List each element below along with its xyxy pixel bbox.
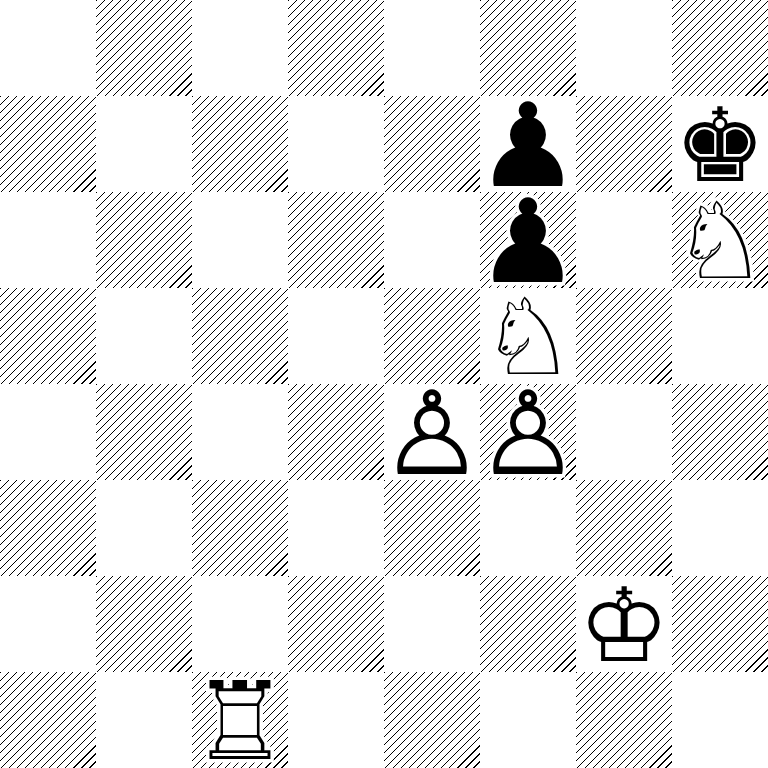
square-d5[interactable]: [288, 288, 384, 384]
square-f1[interactable]: [480, 672, 576, 768]
square-a5[interactable]: [0, 288, 96, 384]
square-d7[interactable]: [288, 96, 384, 192]
square-f8[interactable]: [480, 0, 576, 96]
square-c7[interactable]: [192, 96, 288, 192]
square-g2[interactable]: ♚♔: [576, 576, 672, 672]
square-h1[interactable]: [672, 672, 768, 768]
square-e1[interactable]: [384, 672, 480, 768]
square-a6[interactable]: [0, 192, 96, 288]
square-c2[interactable]: [192, 576, 288, 672]
square-b1[interactable]: [96, 672, 192, 768]
square-b4[interactable]: [96, 384, 192, 480]
square-b7[interactable]: [96, 96, 192, 192]
square-e2[interactable]: [384, 576, 480, 672]
white-rook-icon: ♖: [192, 674, 288, 768]
square-b3[interactable]: [96, 480, 192, 576]
square-d6[interactable]: [288, 192, 384, 288]
white-knight-icon: ♘: [480, 290, 576, 384]
white-rook-halo: ♜: [192, 674, 288, 768]
square-b8[interactable]: [96, 0, 192, 96]
square-f2[interactable]: [480, 576, 576, 672]
square-f6[interactable]: ♟♟: [480, 192, 576, 288]
black-pawn-icon: ♟: [480, 194, 576, 288]
square-b2[interactable]: [96, 576, 192, 672]
square-h3[interactable]: [672, 480, 768, 576]
square-a8[interactable]: [0, 0, 96, 96]
white-knight-halo: ♞: [480, 290, 576, 384]
square-a1[interactable]: [0, 672, 96, 768]
square-a3[interactable]: [0, 480, 96, 576]
black-pawn-halo: ♟: [480, 194, 576, 288]
square-c4[interactable]: [192, 384, 288, 480]
square-a2[interactable]: [0, 576, 96, 672]
white-knight-halo: ♞: [672, 194, 768, 288]
square-b5[interactable]: [96, 288, 192, 384]
square-h4[interactable]: [672, 384, 768, 480]
square-c3[interactable]: [192, 480, 288, 576]
square-g1[interactable]: [576, 672, 672, 768]
square-d8[interactable]: [288, 0, 384, 96]
square-g6[interactable]: [576, 192, 672, 288]
black-king-halo: ♚: [672, 98, 768, 192]
square-e4[interactable]: ♟♙: [384, 384, 480, 480]
square-c8[interactable]: [192, 0, 288, 96]
square-f7[interactable]: ♟♟: [480, 96, 576, 192]
square-b6[interactable]: [96, 192, 192, 288]
square-d1[interactable]: [288, 672, 384, 768]
square-c5[interactable]: [192, 288, 288, 384]
square-e7[interactable]: [384, 96, 480, 192]
square-d4[interactable]: [288, 384, 384, 480]
black-pawn-icon: ♟: [480, 98, 576, 192]
square-g5[interactable]: [576, 288, 672, 384]
white-pawn-halo: ♟: [480, 386, 576, 480]
square-h6[interactable]: ♞♘: [672, 192, 768, 288]
black-king-icon: ♚: [672, 98, 768, 192]
square-d2[interactable]: [288, 576, 384, 672]
square-g4[interactable]: [576, 384, 672, 480]
square-h8[interactable]: [672, 0, 768, 96]
black-pawn-halo: ♟: [480, 98, 576, 192]
square-a7[interactable]: [0, 96, 96, 192]
square-e6[interactable]: [384, 192, 480, 288]
white-knight-icon: ♘: [672, 194, 768, 288]
white-pawn-icon: ♙: [384, 386, 480, 480]
square-f3[interactable]: [480, 480, 576, 576]
square-g3[interactable]: [576, 480, 672, 576]
square-h5[interactable]: [672, 288, 768, 384]
square-e5[interactable]: [384, 288, 480, 384]
square-g7[interactable]: [576, 96, 672, 192]
square-f4[interactable]: ♟♙: [480, 384, 576, 480]
square-c1[interactable]: ♜♖: [192, 672, 288, 768]
chess-board: ♟♟♚♚♟♟♞♘♞♘♟♙♟♙♚♔♜♖: [0, 0, 768, 768]
square-f5[interactable]: ♞♘: [480, 288, 576, 384]
square-d3[interactable]: [288, 480, 384, 576]
white-king-icon: ♔: [576, 578, 672, 672]
square-e3[interactable]: [384, 480, 480, 576]
square-g8[interactable]: [576, 0, 672, 96]
square-c6[interactable]: [192, 192, 288, 288]
white-pawn-halo: ♟: [384, 386, 480, 480]
square-h7[interactable]: ♚♚: [672, 96, 768, 192]
white-pawn-icon: ♙: [480, 386, 576, 480]
square-e8[interactable]: [384, 0, 480, 96]
white-king-halo: ♚: [576, 578, 672, 672]
square-a4[interactable]: [0, 384, 96, 480]
square-h2[interactable]: [672, 576, 768, 672]
